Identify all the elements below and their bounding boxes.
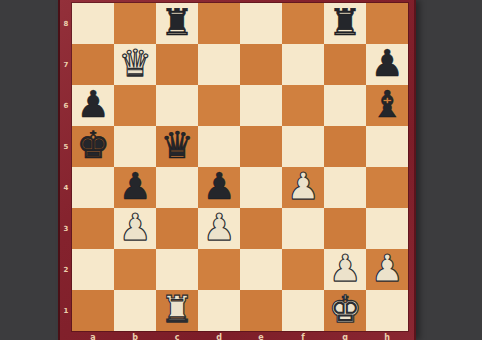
square-h5[interactable]: [366, 126, 408, 167]
square-d4[interactable]: ♟: [198, 167, 240, 208]
square-h2[interactable]: ♟: [366, 249, 408, 290]
chess-board: ♜♜♛♟♟♝♚♛♟♟♟♟♟♟♟♜♚: [72, 3, 408, 331]
screenshot-background: 87654321 ♜♜♛♟♟♝♚♛♟♟♟♟♟♟♟♜♚ abcdefgh: [0, 0, 482, 340]
square-g8[interactable]: ♜: [324, 3, 366, 44]
square-b5[interactable]: [114, 126, 156, 167]
square-d7[interactable]: [198, 44, 240, 85]
square-f2[interactable]: [282, 249, 324, 290]
square-h4[interactable]: [366, 167, 408, 208]
square-g7[interactable]: [324, 44, 366, 85]
black-pawn: ♟: [370, 45, 403, 82]
square-d8[interactable]: [198, 3, 240, 44]
white-pawn: ♟: [286, 168, 319, 205]
rank-label-6: 6: [60, 85, 72, 126]
white-rook: ♜: [160, 291, 193, 328]
black-pawn: ♟: [118, 168, 151, 205]
square-f5[interactable]: [282, 126, 324, 167]
black-rook: ♜: [160, 4, 193, 41]
square-d3[interactable]: ♟: [198, 208, 240, 249]
square-f7[interactable]: [282, 44, 324, 85]
square-c2[interactable]: [156, 249, 198, 290]
square-b7[interactable]: ♛: [114, 44, 156, 85]
square-g2[interactable]: ♟: [324, 249, 366, 290]
black-bishop: ♝: [370, 86, 403, 123]
square-b6[interactable]: [114, 85, 156, 126]
square-f4[interactable]: ♟: [282, 167, 324, 208]
square-e2[interactable]: [240, 249, 282, 290]
rank-label-5: 5: [60, 126, 72, 167]
black-rook: ♜: [328, 4, 361, 41]
square-a8[interactable]: [72, 3, 114, 44]
square-h6[interactable]: ♝: [366, 85, 408, 126]
square-c8[interactable]: ♜: [156, 3, 198, 44]
square-e5[interactable]: [240, 126, 282, 167]
file-label-d: d: [198, 333, 240, 340]
square-a5[interactable]: ♚: [72, 126, 114, 167]
square-g6[interactable]: [324, 85, 366, 126]
rank-label-8: 8: [60, 3, 72, 44]
square-c6[interactable]: [156, 85, 198, 126]
square-g4[interactable]: [324, 167, 366, 208]
square-b1[interactable]: [114, 290, 156, 331]
file-label-f: f: [282, 333, 324, 340]
square-h1[interactable]: [366, 290, 408, 331]
square-h8[interactable]: [366, 3, 408, 44]
square-e1[interactable]: [240, 290, 282, 331]
square-g1[interactable]: ♚: [324, 290, 366, 331]
square-c3[interactable]: [156, 208, 198, 249]
white-pawn: ♟: [370, 250, 403, 287]
file-label-g: g: [324, 333, 366, 340]
square-b2[interactable]: [114, 249, 156, 290]
square-d6[interactable]: [198, 85, 240, 126]
square-b4[interactable]: ♟: [114, 167, 156, 208]
square-a1[interactable]: [72, 290, 114, 331]
square-d5[interactable]: [198, 126, 240, 167]
white-pawn: ♟: [328, 250, 361, 287]
white-queen: ♛: [118, 45, 151, 82]
square-f8[interactable]: [282, 3, 324, 44]
square-a7[interactable]: [72, 44, 114, 85]
square-b3[interactable]: ♟: [114, 208, 156, 249]
file-label-h: h: [366, 333, 408, 340]
square-f3[interactable]: [282, 208, 324, 249]
square-c5[interactable]: ♛: [156, 126, 198, 167]
white-pawn: ♟: [118, 209, 151, 246]
square-h7[interactable]: ♟: [366, 44, 408, 85]
square-a2[interactable]: [72, 249, 114, 290]
rank-label-3: 3: [60, 208, 72, 249]
square-g5[interactable]: [324, 126, 366, 167]
square-f6[interactable]: [282, 85, 324, 126]
square-e7[interactable]: [240, 44, 282, 85]
square-a6[interactable]: ♟: [72, 85, 114, 126]
square-b8[interactable]: [114, 3, 156, 44]
square-e6[interactable]: [240, 85, 282, 126]
file-label-a: a: [72, 333, 114, 340]
file-label-b: b: [114, 333, 156, 340]
square-g3[interactable]: [324, 208, 366, 249]
black-pawn: ♟: [76, 86, 109, 123]
rank-label-4: 4: [60, 167, 72, 208]
file-label-e: e: [240, 333, 282, 340]
square-f1[interactable]: [282, 290, 324, 331]
rank-label-1: 1: [60, 290, 72, 331]
white-pawn: ♟: [202, 209, 235, 246]
square-e3[interactable]: [240, 208, 282, 249]
file-labels: abcdefgh: [72, 333, 408, 340]
black-pawn: ♟: [202, 168, 235, 205]
rank-labels: 87654321: [60, 3, 72, 331]
square-e4[interactable]: [240, 167, 282, 208]
square-c4[interactable]: [156, 167, 198, 208]
square-e8[interactable]: [240, 3, 282, 44]
square-a3[interactable]: [72, 208, 114, 249]
square-a4[interactable]: [72, 167, 114, 208]
chess-board-frame: 87654321 ♜♜♛♟♟♝♚♛♟♟♟♟♟♟♟♜♚ abcdefgh: [58, 0, 416, 340]
file-label-c: c: [156, 333, 198, 340]
black-king: ♚: [76, 127, 109, 164]
square-h3[interactable]: [366, 208, 408, 249]
square-d2[interactable]: [198, 249, 240, 290]
square-c7[interactable]: [156, 44, 198, 85]
rank-label-7: 7: [60, 44, 72, 85]
white-king: ♚: [328, 291, 361, 328]
rank-label-2: 2: [60, 249, 72, 290]
black-queen: ♛: [160, 127, 193, 164]
square-c1[interactable]: ♜: [156, 290, 198, 331]
square-d1[interactable]: [198, 290, 240, 331]
